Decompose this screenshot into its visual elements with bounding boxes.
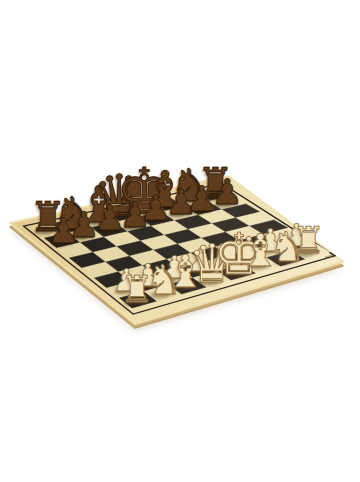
piece-black-pawn-h7[interactable]: ♟	[210, 175, 245, 210]
product-photo-stage: ♜♞♝♛♚♝♞♜♟♟♟♟♟♟♟♟♟♟♟♟♟♟♟♟♜♞♝♛♚♝♞♜	[0, 0, 360, 482]
piece-white-rook-h1[interactable]: ♜	[290, 222, 327, 259]
